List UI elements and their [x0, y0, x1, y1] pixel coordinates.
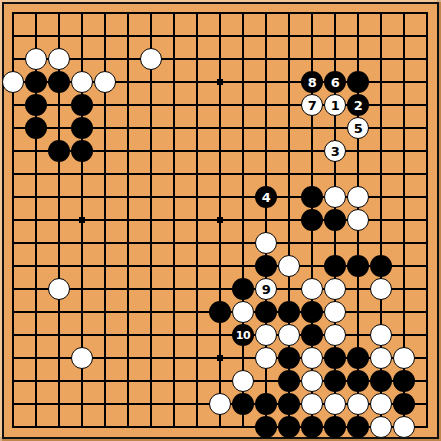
- intersection-4-6[interactable]: [94, 140, 117, 163]
- intersection-11-6[interactable]: [255, 140, 278, 163]
- intersection-4-4[interactable]: [94, 94, 117, 117]
- intersection-12-3[interactable]: [278, 71, 301, 94]
- intersection-0-7[interactable]: [2, 163, 25, 186]
- intersection-5-9[interactable]: [117, 209, 140, 232]
- intersection-7-13[interactable]: [163, 301, 186, 324]
- intersection-15-12[interactable]: [347, 278, 370, 301]
- intersection-18-1[interactable]: [416, 25, 439, 48]
- intersection-11-16[interactable]: [255, 370, 278, 393]
- intersection-5-14[interactable]: [117, 324, 140, 347]
- intersection-3-2[interactable]: [71, 48, 94, 71]
- intersection-17-7[interactable]: [393, 163, 416, 186]
- intersection-9-15[interactable]: [209, 347, 232, 370]
- intersection-10-7[interactable]: [232, 163, 255, 186]
- intersection-18-10[interactable]: [416, 232, 439, 255]
- intersection-18-0[interactable]: [416, 2, 439, 25]
- intersection-0-14[interactable]: [2, 324, 25, 347]
- intersection-2-13[interactable]: [48, 301, 71, 324]
- intersection-0-5[interactable]: [2, 117, 25, 140]
- intersection-6-7[interactable]: [140, 163, 163, 186]
- intersection-10-2[interactable]: [232, 48, 255, 71]
- white-stone-16-17: [370, 393, 392, 415]
- intersection-17-10[interactable]: [393, 232, 416, 255]
- intersection-9-9[interactable]: [209, 209, 232, 232]
- intersection-2-7[interactable]: [48, 163, 71, 186]
- black-stone-13-14: [301, 324, 323, 346]
- intersection-14-1[interactable]: [324, 25, 347, 48]
- intersection-9-16[interactable]: [209, 370, 232, 393]
- intersection-0-13[interactable]: [2, 301, 25, 324]
- intersection-10-3[interactable]: [232, 71, 255, 94]
- black-stone-12-17: [278, 393, 300, 415]
- intersection-8-1[interactable]: [186, 25, 209, 48]
- intersection-4-8[interactable]: [94, 186, 117, 209]
- intersection-11-7[interactable]: [255, 163, 278, 186]
- intersection-10-4[interactable]: [232, 94, 255, 117]
- intersection-8-11[interactable]: [186, 255, 209, 278]
- intersection-1-13[interactable]: [25, 301, 48, 324]
- intersection-5-11[interactable]: [117, 255, 140, 278]
- intersection-17-4[interactable]: [393, 94, 416, 117]
- intersection-7-9[interactable]: [163, 209, 186, 232]
- intersection-18-17[interactable]: [416, 393, 439, 416]
- intersection-7-14[interactable]: [163, 324, 186, 347]
- intersection-0-17[interactable]: [2, 393, 25, 416]
- intersection-2-4[interactable]: [48, 94, 71, 117]
- intersection-1-11[interactable]: [25, 255, 48, 278]
- intersection-6-5[interactable]: [140, 117, 163, 140]
- intersection-13-7[interactable]: [301, 163, 324, 186]
- intersection-8-15[interactable]: [186, 347, 209, 370]
- intersection-18-2[interactable]: [416, 48, 439, 71]
- intersection-15-14[interactable]: [347, 324, 370, 347]
- intersection-8-14[interactable]: [186, 324, 209, 347]
- intersection-9-7[interactable]: [209, 163, 232, 186]
- intersection-10-0[interactable]: [232, 2, 255, 25]
- intersection-10-1[interactable]: [232, 25, 255, 48]
- intersection-3-8[interactable]: [71, 186, 94, 209]
- intersection-6-10[interactable]: [140, 232, 163, 255]
- intersection-3-0[interactable]: [71, 2, 94, 25]
- intersection-4-5[interactable]: [94, 117, 117, 140]
- intersection-2-5[interactable]: [48, 117, 71, 140]
- intersection-4-17[interactable]: [94, 393, 117, 416]
- intersection-12-5[interactable]: [278, 117, 301, 140]
- intersection-9-3[interactable]: [209, 71, 232, 94]
- move-number-6: 6: [331, 76, 340, 89]
- intersection-8-12[interactable]: [186, 278, 209, 301]
- intersection-4-13[interactable]: [94, 301, 117, 324]
- intersection-10-6[interactable]: [232, 140, 255, 163]
- white-stone-0-3: [2, 71, 24, 93]
- intersection-12-1[interactable]: [278, 25, 301, 48]
- intersection-2-17[interactable]: [48, 393, 71, 416]
- intersection-4-7[interactable]: [94, 163, 117, 186]
- intersection-5-1[interactable]: [117, 25, 140, 48]
- intersection-5-2[interactable]: [117, 48, 140, 71]
- intersection-5-8[interactable]: [117, 186, 140, 209]
- intersection-1-0[interactable]: [25, 2, 48, 25]
- intersection-1-7[interactable]: [25, 163, 48, 186]
- intersection-4-15[interactable]: [94, 347, 117, 370]
- intersection-2-15[interactable]: [48, 347, 71, 370]
- intersection-6-11[interactable]: [140, 255, 163, 278]
- intersection-18-7[interactable]: [416, 163, 439, 186]
- intersection-5-13[interactable]: [117, 301, 140, 324]
- intersection-8-8[interactable]: [186, 186, 209, 209]
- intersection-5-0[interactable]: [117, 2, 140, 25]
- intersection-5-7[interactable]: [117, 163, 140, 186]
- intersection-0-18[interactable]: [2, 416, 25, 439]
- intersection-0-12[interactable]: [2, 278, 25, 301]
- intersection-7-12[interactable]: [163, 278, 186, 301]
- intersection-17-13[interactable]: [393, 301, 416, 324]
- intersection-7-16[interactable]: [163, 370, 186, 393]
- intersection-8-9[interactable]: [186, 209, 209, 232]
- intersection-2-14[interactable]: [48, 324, 71, 347]
- intersection-15-0[interactable]: [347, 2, 370, 25]
- intersection-7-0[interactable]: [163, 2, 186, 25]
- intersection-6-3[interactable]: [140, 71, 163, 94]
- intersection-9-11[interactable]: [209, 255, 232, 278]
- white-stone-17-18: [393, 416, 415, 438]
- intersection-3-9[interactable]: [71, 209, 94, 232]
- intersection-1-9[interactable]: [25, 209, 48, 232]
- intersection-18-4[interactable]: [416, 94, 439, 117]
- intersection-0-16[interactable]: [2, 370, 25, 393]
- intersection-12-4[interactable]: [278, 94, 301, 117]
- intersection-5-4[interactable]: [117, 94, 140, 117]
- intersection-17-1[interactable]: [393, 25, 416, 48]
- intersection-16-9[interactable]: [370, 209, 393, 232]
- intersection-8-2[interactable]: [186, 48, 209, 71]
- intersection-2-0[interactable]: [48, 2, 71, 25]
- intersection-2-16[interactable]: [48, 370, 71, 393]
- intersection-0-0[interactable]: [2, 2, 25, 25]
- intersection-16-6[interactable]: [370, 140, 393, 163]
- intersection-12-6[interactable]: [278, 140, 301, 163]
- intersection-8-5[interactable]: [186, 117, 209, 140]
- intersection-5-18[interactable]: [117, 416, 140, 439]
- intersection-7-8[interactable]: [163, 186, 186, 209]
- intersection-18-3[interactable]: [416, 71, 439, 94]
- intersection-10-11[interactable]: [232, 255, 255, 278]
- black-stone-1-3: [25, 71, 47, 93]
- intersection-11-3[interactable]: [255, 71, 278, 94]
- intersection-0-2[interactable]: [2, 48, 25, 71]
- intersection-0-11[interactable]: [2, 255, 25, 278]
- intersection-10-10[interactable]: [232, 232, 255, 255]
- intersection-16-2[interactable]: [370, 48, 393, 71]
- intersection-0-6[interactable]: [2, 140, 25, 163]
- intersection-7-6[interactable]: [163, 140, 186, 163]
- intersection-9-8[interactable]: [209, 186, 232, 209]
- intersection-16-1[interactable]: [370, 25, 393, 48]
- intersection-13-1[interactable]: [301, 25, 324, 48]
- intersection-8-4[interactable]: [186, 94, 209, 117]
- intersection-16-3[interactable]: [370, 71, 393, 94]
- intersection-11-0[interactable]: [255, 2, 278, 25]
- intersection-7-11[interactable]: [163, 255, 186, 278]
- intersection-7-2[interactable]: [163, 48, 186, 71]
- intersection-13-11[interactable]: [301, 255, 324, 278]
- intersection-15-13[interactable]: [347, 301, 370, 324]
- intersection-3-11[interactable]: [71, 255, 94, 278]
- intersection-7-5[interactable]: [163, 117, 186, 140]
- intersection-17-3[interactable]: [393, 71, 416, 94]
- intersection-0-10[interactable]: [2, 232, 25, 255]
- intersection-1-8[interactable]: [25, 186, 48, 209]
- intersection-12-10[interactable]: [278, 232, 301, 255]
- intersection-1-10[interactable]: [25, 232, 48, 255]
- intersection-10-8[interactable]: [232, 186, 255, 209]
- intersection-15-7[interactable]: [347, 163, 370, 186]
- intersection-7-4[interactable]: [163, 94, 186, 117]
- intersection-6-14[interactable]: [140, 324, 163, 347]
- intersection-3-7[interactable]: [71, 163, 94, 186]
- intersection-7-7[interactable]: [163, 163, 186, 186]
- black-stone-13-13: [301, 301, 323, 323]
- intersection-12-9[interactable]: [278, 209, 301, 232]
- intersection-18-14[interactable]: [416, 324, 439, 347]
- intersection-14-5[interactable]: [324, 117, 347, 140]
- intersection-18-13[interactable]: [416, 301, 439, 324]
- intersection-13-5[interactable]: [301, 117, 324, 140]
- intersection-16-8[interactable]: [370, 186, 393, 209]
- intersection-16-5[interactable]: [370, 117, 393, 140]
- intersection-0-8[interactable]: [2, 186, 25, 209]
- intersection-18-15[interactable]: [416, 347, 439, 370]
- intersection-8-18[interactable]: [186, 416, 209, 439]
- intersection-15-1[interactable]: [347, 25, 370, 48]
- intersection-7-15[interactable]: [163, 347, 186, 370]
- intersection-11-5[interactable]: [255, 117, 278, 140]
- intersection-1-16[interactable]: [25, 370, 48, 393]
- intersection-4-14[interactable]: [94, 324, 117, 347]
- intersection-1-18[interactable]: [25, 416, 48, 439]
- intersection-6-18[interactable]: [140, 416, 163, 439]
- intersection-1-15[interactable]: [25, 347, 48, 370]
- intersection-3-10[interactable]: [71, 232, 94, 255]
- intersection-16-4[interactable]: [370, 94, 393, 117]
- intersection-2-8[interactable]: [48, 186, 71, 209]
- intersection-4-2[interactable]: [94, 48, 117, 71]
- intersection-8-16[interactable]: [186, 370, 209, 393]
- intersection-15-10[interactable]: [347, 232, 370, 255]
- intersection-5-3[interactable]: [117, 71, 140, 94]
- intersection-4-12[interactable]: [94, 278, 117, 301]
- intersection-17-2[interactable]: [393, 48, 416, 71]
- intersection-5-17[interactable]: [117, 393, 140, 416]
- intersection-11-2[interactable]: [255, 48, 278, 71]
- intersection-4-11[interactable]: [94, 255, 117, 278]
- intersection-6-9[interactable]: [140, 209, 163, 232]
- intersection-5-12[interactable]: [117, 278, 140, 301]
- intersection-7-3[interactable]: [163, 71, 186, 94]
- intersection-13-6[interactable]: [301, 140, 324, 163]
- intersection-4-16[interactable]: [94, 370, 117, 393]
- intersection-17-11[interactable]: [393, 255, 416, 278]
- intersection-3-12[interactable]: [71, 278, 94, 301]
- intersection-8-6[interactable]: [186, 140, 209, 163]
- intersection-1-1[interactable]: [25, 25, 48, 48]
- intersection-10-5[interactable]: [232, 117, 255, 140]
- intersection-6-13[interactable]: [140, 301, 163, 324]
- intersection-1-14[interactable]: [25, 324, 48, 347]
- intersection-17-12[interactable]: [393, 278, 416, 301]
- intersection-3-18[interactable]: [71, 416, 94, 439]
- intersection-16-13[interactable]: [370, 301, 393, 324]
- intersection-17-5[interactable]: [393, 117, 416, 140]
- black-stone-15-3: [347, 71, 369, 93]
- intersection-10-18[interactable]: [232, 416, 255, 439]
- intersection-5-10[interactable]: [117, 232, 140, 255]
- intersection-6-12[interactable]: [140, 278, 163, 301]
- intersection-10-15[interactable]: [232, 347, 255, 370]
- intersection-2-10[interactable]: [48, 232, 71, 255]
- intersection-4-0[interactable]: [94, 2, 117, 25]
- intersection-15-2[interactable]: [347, 48, 370, 71]
- black-stone-13-3: 8: [301, 71, 323, 93]
- intersection-6-8[interactable]: [140, 186, 163, 209]
- intersection-17-8[interactable]: [393, 186, 416, 209]
- white-stone-3-15: [71, 347, 93, 369]
- intersection-4-18[interactable]: [94, 416, 117, 439]
- white-stone-11-12: 9: [255, 278, 277, 300]
- intersection-15-6[interactable]: [347, 140, 370, 163]
- intersection-18-12[interactable]: [416, 278, 439, 301]
- intersection-4-10[interactable]: [94, 232, 117, 255]
- intersection-2-11[interactable]: [48, 255, 71, 278]
- intersection-18-16[interactable]: [416, 370, 439, 393]
- intersection-2-1[interactable]: [48, 25, 71, 48]
- intersection-0-9[interactable]: [2, 209, 25, 232]
- intersection-5-15[interactable]: [117, 347, 140, 370]
- intersection-7-17[interactable]: [163, 393, 186, 416]
- intersection-9-0[interactable]: [209, 2, 232, 25]
- intersection-3-1[interactable]: [71, 25, 94, 48]
- intersection-6-0[interactable]: [140, 2, 163, 25]
- intersection-12-8[interactable]: [278, 186, 301, 209]
- black-stone-9-13: [209, 301, 231, 323]
- intersection-2-18[interactable]: [48, 416, 71, 439]
- black-stone-16-11: [370, 255, 392, 277]
- intersection-18-18[interactable]: [416, 416, 439, 439]
- intersection-8-17[interactable]: [186, 393, 209, 416]
- intersection-14-7[interactable]: [324, 163, 347, 186]
- black-stone-13-18: [301, 416, 323, 438]
- intersection-17-6[interactable]: [393, 140, 416, 163]
- white-stone-14-13: [324, 301, 346, 323]
- intersection-6-16[interactable]: [140, 370, 163, 393]
- intersection-5-5[interactable]: [117, 117, 140, 140]
- intersection-6-15[interactable]: [140, 347, 163, 370]
- intersection-4-1[interactable]: [94, 25, 117, 48]
- intersection-7-18[interactable]: [163, 416, 186, 439]
- intersection-6-17[interactable]: [140, 393, 163, 416]
- intersection-3-17[interactable]: [71, 393, 94, 416]
- move-number-4: 4: [262, 191, 271, 204]
- intersection-16-7[interactable]: [370, 163, 393, 186]
- intersection-13-0[interactable]: [301, 2, 324, 25]
- intersection-3-13[interactable]: [71, 301, 94, 324]
- intersection-3-14[interactable]: [71, 324, 94, 347]
- intersection-0-15[interactable]: [2, 347, 25, 370]
- intersection-8-13[interactable]: [186, 301, 209, 324]
- white-stone-16-15: [370, 347, 392, 369]
- black-stone-12-13: [278, 301, 300, 323]
- intersection-1-6[interactable]: [25, 140, 48, 163]
- intersection-9-5[interactable]: [209, 117, 232, 140]
- intersection-9-14[interactable]: [209, 324, 232, 347]
- intersection-9-1[interactable]: [209, 25, 232, 48]
- intersection-17-14[interactable]: [393, 324, 416, 347]
- intersection-4-9[interactable]: [94, 209, 117, 232]
- intersection-14-0[interactable]: [324, 2, 347, 25]
- intersection-9-2[interactable]: [209, 48, 232, 71]
- intersection-7-10[interactable]: [163, 232, 186, 255]
- intersection-14-2[interactable]: [324, 48, 347, 71]
- intersection-9-12[interactable]: [209, 278, 232, 301]
- intersection-16-0[interactable]: [370, 2, 393, 25]
- intersection-1-12[interactable]: [25, 278, 48, 301]
- intersection-13-2[interactable]: [301, 48, 324, 71]
- intersection-0-1[interactable]: [2, 25, 25, 48]
- intersection-10-9[interactable]: [232, 209, 255, 232]
- intersection-12-7[interactable]: [278, 163, 301, 186]
- intersection-11-9[interactable]: [255, 209, 278, 232]
- intersection-13-10[interactable]: [301, 232, 324, 255]
- intersection-12-2[interactable]: [278, 48, 301, 71]
- intersection-11-4[interactable]: [255, 94, 278, 117]
- intersection-14-10[interactable]: [324, 232, 347, 255]
- intersection-18-9[interactable]: [416, 209, 439, 232]
- intersection-5-6[interactable]: [117, 140, 140, 163]
- white-stone-2-2: [48, 48, 70, 70]
- intersection-2-9[interactable]: [48, 209, 71, 232]
- intersection-8-0[interactable]: [186, 2, 209, 25]
- intersection-12-12[interactable]: [278, 278, 301, 301]
- intersection-17-9[interactable]: [393, 209, 416, 232]
- intersection-18-8[interactable]: [416, 186, 439, 209]
- intersection-0-4[interactable]: [2, 94, 25, 117]
- intersection-9-10[interactable]: [209, 232, 232, 255]
- intersection-18-11[interactable]: [416, 255, 439, 278]
- intersection-8-3[interactable]: [186, 71, 209, 94]
- go-diagram: 86712534910: [0, 0, 441, 441]
- intersection-16-10[interactable]: [370, 232, 393, 255]
- intersection-9-6[interactable]: [209, 140, 232, 163]
- intersection-1-17[interactable]: [25, 393, 48, 416]
- intersection-5-16[interactable]: [117, 370, 140, 393]
- intersection-6-6[interactable]: [140, 140, 163, 163]
- go-board[interactable]: 86712534910: [0, 0, 441, 441]
- white-stone-12-14: [278, 324, 300, 346]
- intersection-6-4[interactable]: [140, 94, 163, 117]
- intersection-17-0[interactable]: [393, 2, 416, 25]
- intersection-7-1[interactable]: [163, 25, 186, 48]
- intersection-8-10[interactable]: [186, 232, 209, 255]
- intersection-12-0[interactable]: [278, 2, 301, 25]
- intersection-9-18[interactable]: [209, 416, 232, 439]
- intersection-9-4[interactable]: [209, 94, 232, 117]
- intersection-18-5[interactable]: [416, 117, 439, 140]
- intersection-18-6[interactable]: [416, 140, 439, 163]
- intersection-8-7[interactable]: [186, 163, 209, 186]
- intersection-3-16[interactable]: [71, 370, 94, 393]
- intersection-6-1[interactable]: [140, 25, 163, 48]
- intersection-11-1[interactable]: [255, 25, 278, 48]
